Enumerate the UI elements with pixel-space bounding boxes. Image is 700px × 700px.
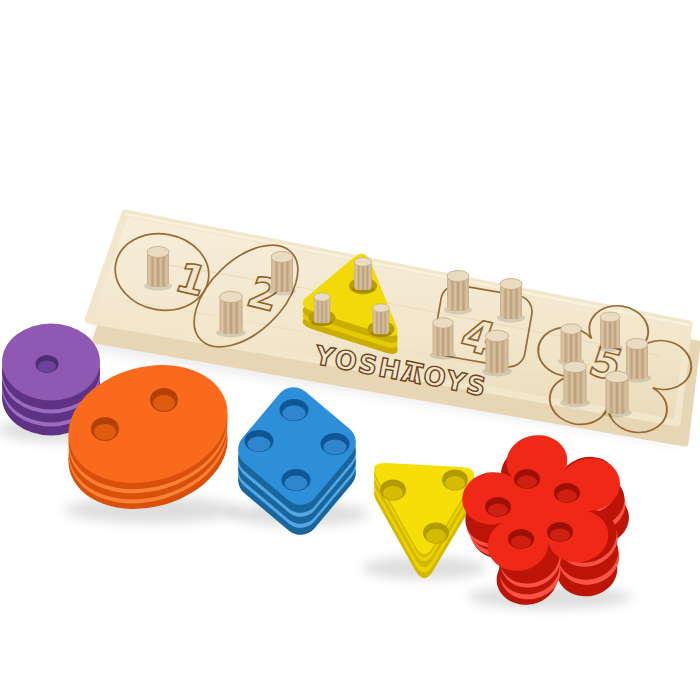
hole-inner xyxy=(283,406,306,421)
hole-inner xyxy=(426,529,446,543)
peg-slot1 xyxy=(144,247,172,291)
peg-slot5 xyxy=(597,312,622,352)
peg-slot5 xyxy=(558,324,585,366)
hole-inner xyxy=(153,395,175,411)
hole-inner xyxy=(248,437,271,452)
peg-slot5 xyxy=(602,371,631,417)
toy-product-photo: 1 2 4 5 YOSHA TOYS xyxy=(0,0,700,700)
hole-inner xyxy=(517,476,537,489)
hole-inner xyxy=(445,476,465,490)
hole-inner xyxy=(324,440,347,455)
hole-inner xyxy=(511,536,531,549)
red-flower-piece xyxy=(447,420,643,611)
peg-slot4 xyxy=(430,318,457,360)
peg-slot2 xyxy=(216,291,245,337)
hole-inner xyxy=(557,490,577,503)
peg-slot3 xyxy=(352,258,374,293)
hole-inner xyxy=(38,361,56,373)
peg-slot5 xyxy=(560,361,589,407)
peg-slot4 xyxy=(482,330,511,376)
hole-inner xyxy=(383,486,403,500)
peg-slot2 xyxy=(268,252,296,296)
hole-inner xyxy=(488,504,508,517)
peg-slot4 xyxy=(497,279,525,323)
peg-slot4 xyxy=(444,271,472,315)
peg-slot3 xyxy=(312,293,333,326)
peg-slot3 xyxy=(371,304,392,337)
hole-inner xyxy=(94,424,116,440)
hole-inner xyxy=(550,529,570,542)
hole-inner xyxy=(285,476,308,491)
scene-canvas: 1 2 4 5 YOSHA TOYS xyxy=(0,0,700,700)
